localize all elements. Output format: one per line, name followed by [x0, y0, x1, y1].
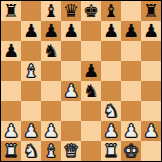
square-b4[interactable]: [21, 81, 41, 101]
black-pawn-g7[interactable]: ♟: [123, 21, 139, 41]
square-c5[interactable]: [41, 61, 61, 81]
square-f5[interactable]: [101, 61, 121, 81]
square-d7[interactable]: ♟: [61, 21, 81, 41]
square-e1[interactable]: [81, 141, 101, 161]
square-b2[interactable]: ♟: [21, 121, 41, 141]
square-a6[interactable]: ♟: [1, 41, 21, 61]
white-rook-f1[interactable]: ♜: [103, 141, 119, 161]
black-bishop-f8[interactable]: ♝: [103, 1, 119, 21]
square-g6[interactable]: [121, 41, 141, 61]
square-g3[interactable]: [121, 101, 141, 121]
square-f3[interactable]: ♞: [101, 101, 121, 121]
black-queen-d8[interactable]: ♛: [63, 1, 79, 21]
black-pawn-a6[interactable]: ♟: [3, 41, 19, 61]
white-rook-a1[interactable]: ♜: [3, 141, 19, 161]
square-d4[interactable]: ♟: [61, 81, 81, 101]
square-d3[interactable]: [61, 101, 81, 121]
white-bishop-c1[interactable]: ♝: [43, 141, 59, 161]
square-g5[interactable]: [121, 61, 141, 81]
square-f6[interactable]: [101, 41, 121, 61]
square-d8[interactable]: ♛: [61, 1, 81, 21]
square-d6[interactable]: [61, 41, 81, 61]
chess-board[interactable]: ♜♝♛♚♝♜♟♟♟♟♟♟♟♞♝♟♟♞♞♟♟♟♟♟♟♜♞♝♛♜♚: [0, 0, 162, 162]
white-pawn-f2[interactable]: ♟: [103, 121, 119, 141]
white-pawn-d4[interactable]: ♟: [63, 81, 79, 101]
square-a3[interactable]: [1, 101, 21, 121]
white-king-g1[interactable]: ♚: [123, 141, 139, 161]
black-pawn-b7[interactable]: ♟: [23, 21, 39, 41]
square-b6[interactable]: [21, 41, 41, 61]
square-h3[interactable]: [141, 101, 161, 121]
black-rook-a8[interactable]: ♜: [3, 1, 19, 21]
square-e6[interactable]: [81, 41, 101, 61]
black-bishop-c8[interactable]: ♝: [43, 1, 59, 21]
square-h7[interactable]: ♟: [141, 21, 161, 41]
black-pawn-e5[interactable]: ♟: [83, 61, 99, 81]
square-e2[interactable]: [81, 121, 101, 141]
square-f1[interactable]: ♜: [101, 141, 121, 161]
square-a5[interactable]: [1, 61, 21, 81]
square-a2[interactable]: ♟: [1, 121, 21, 141]
square-b5[interactable]: ♝: [21, 61, 41, 81]
square-g7[interactable]: ♟: [121, 21, 141, 41]
square-c6[interactable]: ♞: [41, 41, 61, 61]
square-a4[interactable]: [1, 81, 21, 101]
square-d2[interactable]: [61, 121, 81, 141]
square-f7[interactable]: ♟: [101, 21, 121, 41]
black-pawn-h7[interactable]: ♟: [143, 21, 159, 41]
square-h6[interactable]: [141, 41, 161, 61]
square-c1[interactable]: ♝: [41, 141, 61, 161]
white-pawn-b2[interactable]: ♟: [23, 121, 39, 141]
square-g4[interactable]: [121, 81, 141, 101]
square-c8[interactable]: ♝: [41, 1, 61, 21]
white-bishop-b5[interactable]: ♝: [23, 61, 39, 81]
square-f4[interactable]: [101, 81, 121, 101]
square-h1[interactable]: [141, 141, 161, 161]
white-knight-b1[interactable]: ♞: [23, 141, 39, 161]
square-a7[interactable]: [1, 21, 21, 41]
square-e3[interactable]: [81, 101, 101, 121]
square-d1[interactable]: ♛: [61, 141, 81, 161]
square-e8[interactable]: ♚: [81, 1, 101, 21]
square-c4[interactable]: [41, 81, 61, 101]
square-b1[interactable]: ♞: [21, 141, 41, 161]
square-c2[interactable]: ♟: [41, 121, 61, 141]
square-b8[interactable]: [21, 1, 41, 21]
black-knight-c6[interactable]: ♞: [43, 41, 59, 61]
square-a1[interactable]: ♜: [1, 141, 21, 161]
square-g1[interactable]: ♚: [121, 141, 141, 161]
square-h8[interactable]: ♜: [141, 1, 161, 21]
square-e4[interactable]: ♞: [81, 81, 101, 101]
black-rook-h8[interactable]: ♜: [143, 1, 159, 21]
white-knight-f3[interactable]: ♞: [103, 101, 119, 121]
square-c7[interactable]: ♟: [41, 21, 61, 41]
white-queen-d1[interactable]: ♛: [63, 141, 79, 161]
square-h5[interactable]: [141, 61, 161, 81]
square-f2[interactable]: ♟: [101, 121, 121, 141]
square-g8[interactable]: [121, 1, 141, 21]
square-b3[interactable]: [21, 101, 41, 121]
white-pawn-g2[interactable]: ♟: [123, 121, 139, 141]
square-a8[interactable]: ♜: [1, 1, 21, 21]
square-e5[interactable]: ♟: [81, 61, 101, 81]
black-pawn-c7[interactable]: ♟: [43, 21, 59, 41]
square-e7[interactable]: [81, 21, 101, 41]
black-pawn-d7[interactable]: ♟: [63, 21, 79, 41]
square-g2[interactable]: ♟: [121, 121, 141, 141]
square-f8[interactable]: ♝: [101, 1, 121, 21]
square-b7[interactable]: ♟: [21, 21, 41, 41]
white-pawn-a2[interactable]: ♟: [3, 121, 19, 141]
square-h4[interactable]: [141, 81, 161, 101]
white-pawn-c2[interactable]: ♟: [43, 121, 59, 141]
white-pawn-h2[interactable]: ♟: [143, 121, 159, 141]
black-knight-e4[interactable]: ♞: [83, 81, 99, 101]
square-c3[interactable]: [41, 101, 61, 121]
black-king-e8[interactable]: ♚: [83, 1, 99, 21]
black-pawn-f7[interactable]: ♟: [103, 21, 119, 41]
square-d5[interactable]: [61, 61, 81, 81]
square-h2[interactable]: ♟: [141, 121, 161, 141]
